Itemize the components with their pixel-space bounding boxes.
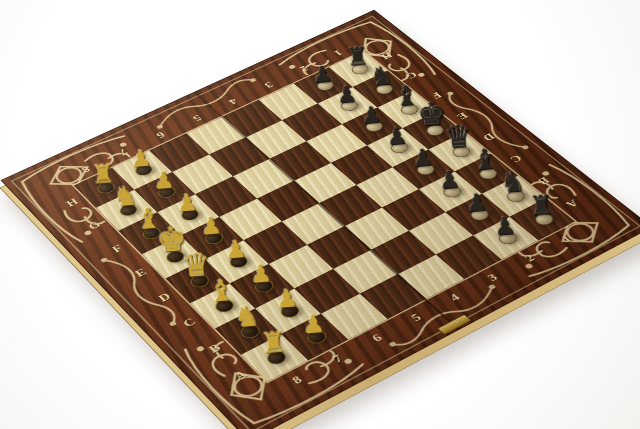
- board: 8 7 6 5 4 3 2 1 8 7 6 5 4 3 2 1 H G: [1, 9, 640, 429]
- black-pawn-glyph: ♟: [481, 211, 529, 239]
- board-top-face: 8 7 6 5 4 3 2 1 8 7 6 5 4 3 2 1 H G: [1, 9, 640, 429]
- gold-rook-glyph: ♜: [248, 327, 299, 359]
- square-d3[interactable]: [356, 167, 419, 207]
- black-pawn-glyph: ♟: [453, 188, 501, 216]
- chess-set-photo: 8 7 6 5 4 3 2 1 8 7 6 5 4 3 2 1 H G: [0, 0, 640, 429]
